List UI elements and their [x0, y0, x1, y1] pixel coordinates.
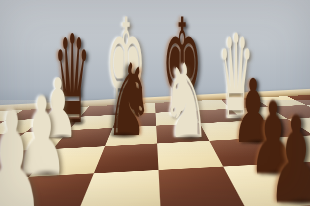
piece-dark-pawn-front[interactable]: ♟: [267, 101, 310, 206]
piece-shadow: [281, 196, 310, 206]
piece-shadow: [173, 132, 209, 142]
dark-pawn-front-glyph: ♟: [267, 101, 310, 206]
pieces-layer: ♛♚♚♛♞♞♟♟♟♟♟♟: [0, 0, 310, 206]
piece-shadow: [107, 130, 142, 140]
piece-white-knight[interactable]: ♞: [162, 51, 210, 153]
piece-white-pawn-front[interactable]: ♟: [0, 92, 45, 206]
chess-photo-scene: ♛♚♚♛♞♞♟♟♟♟♟♟: [0, 0, 310, 206]
white-pawn-front-glyph: ♟: [0, 92, 45, 206]
piece-dark-knight[interactable]: ♞: [105, 51, 153, 151]
